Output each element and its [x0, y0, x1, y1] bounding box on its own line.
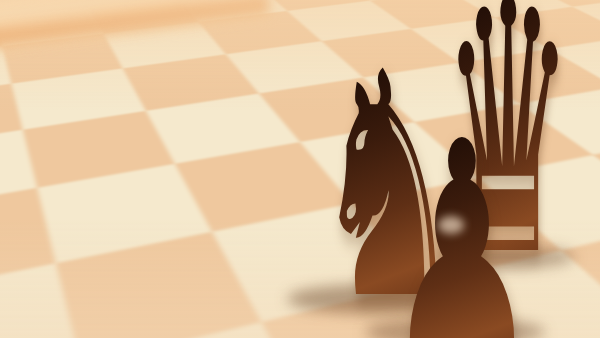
pawn-glyph: ♟ — [384, 136, 540, 338]
black-pawn-piece: ♟ — [384, 136, 540, 338]
pawn-highlight — [438, 216, 464, 234]
chess-photo-scene: ♛ ♞ ♟ — [0, 0, 600, 338]
